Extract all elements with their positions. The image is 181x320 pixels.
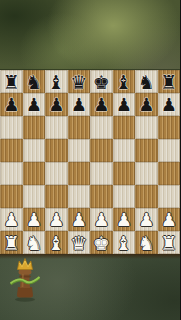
square-g8[interactable]: ♞ xyxy=(135,70,158,93)
white-pawn: ♟ xyxy=(23,208,46,231)
square-h2[interactable]: ♟ xyxy=(158,208,181,231)
square-e8[interactable]: ♚ xyxy=(90,70,113,93)
square-e2[interactable]: ♟ xyxy=(90,208,113,231)
square-f2[interactable]: ♟ xyxy=(113,208,136,231)
black-bishop: ♝ xyxy=(113,70,136,93)
square-g5[interactable] xyxy=(135,139,158,162)
square-c2[interactable]: ♟ xyxy=(45,208,68,231)
piece-shadow xyxy=(15,297,35,301)
square-e5[interactable] xyxy=(90,139,113,162)
white-rook: ♜ xyxy=(158,231,181,254)
white-knight: ♞ xyxy=(135,231,158,254)
square-b5[interactable] xyxy=(23,139,46,162)
square-c4[interactable] xyxy=(45,162,68,185)
square-g4[interactable] xyxy=(135,162,158,185)
square-a1[interactable]: ♜ xyxy=(0,231,23,254)
black-knight: ♞ xyxy=(135,70,158,93)
black-pawn: ♟ xyxy=(45,93,68,116)
square-e1[interactable]: ♚ xyxy=(90,231,113,254)
black-pawn: ♟ xyxy=(0,93,23,116)
white-pawn: ♟ xyxy=(45,208,68,231)
square-f4[interactable] xyxy=(113,162,136,185)
square-a7[interactable]: ♟ xyxy=(0,93,23,116)
square-d6[interactable] xyxy=(68,116,91,139)
chess-board: ♜♞♝♛♚♝♞♜♟♟♟♟♟♟♟♟♟♟♟♟♟♟♟♟♜♞♝♛♚♝♞♜ xyxy=(0,70,180,254)
square-d7[interactable]: ♟ xyxy=(68,93,91,116)
square-b2[interactable]: ♟ xyxy=(23,208,46,231)
black-pawn: ♟ xyxy=(158,93,181,116)
white-bishop: ♝ xyxy=(113,231,136,254)
square-b7[interactable]: ♟ xyxy=(23,93,46,116)
square-a8[interactable]: ♜ xyxy=(0,70,23,93)
white-queen: ♛ xyxy=(68,231,91,254)
square-b8[interactable]: ♞ xyxy=(23,70,46,93)
square-h1[interactable]: ♜ xyxy=(158,231,181,254)
square-a6[interactable] xyxy=(0,116,23,139)
square-g2[interactable]: ♟ xyxy=(135,208,158,231)
square-c8[interactable]: ♝ xyxy=(45,70,68,93)
square-b4[interactable] xyxy=(23,162,46,185)
crown-icon xyxy=(18,259,33,270)
square-e4[interactable] xyxy=(90,162,113,185)
square-h4[interactable] xyxy=(158,162,181,185)
white-pawn: ♟ xyxy=(113,208,136,231)
square-d2[interactable]: ♟ xyxy=(68,208,91,231)
white-rook: ♜ xyxy=(0,231,23,254)
square-h7[interactable]: ♟ xyxy=(158,93,181,116)
black-king: ♚ xyxy=(90,70,113,93)
white-king: ♚ xyxy=(90,231,113,254)
square-c7[interactable]: ♟ xyxy=(45,93,68,116)
square-g3[interactable] xyxy=(135,185,158,208)
chess-app-screen: ♜♞♝♛♚♝♞♜♟♟♟♟♟♟♟♟♟♟♟♟♟♟♟♟♜♞♝♛♚♝♞♜ xyxy=(0,0,180,320)
white-bishop: ♝ xyxy=(45,231,68,254)
white-pawn: ♟ xyxy=(135,208,158,231)
square-f7[interactable]: ♟ xyxy=(113,93,136,116)
square-d1[interactable]: ♛ xyxy=(68,231,91,254)
black-pawn: ♟ xyxy=(113,93,136,116)
square-c1[interactable]: ♝ xyxy=(45,231,68,254)
square-b1[interactable]: ♞ xyxy=(23,231,46,254)
white-pawn: ♟ xyxy=(90,208,113,231)
square-f8[interactable]: ♝ xyxy=(113,70,136,93)
square-d3[interactable] xyxy=(68,185,91,208)
square-c6[interactable] xyxy=(45,116,68,139)
square-g1[interactable]: ♞ xyxy=(135,231,158,254)
square-f6[interactable] xyxy=(113,116,136,139)
square-h5[interactable] xyxy=(158,139,181,162)
white-pawn: ♟ xyxy=(0,208,23,231)
square-b6[interactable] xyxy=(23,116,46,139)
white-pawn: ♟ xyxy=(158,208,181,231)
black-bishop: ♝ xyxy=(45,70,68,93)
square-d4[interactable] xyxy=(68,162,91,185)
white-knight: ♞ xyxy=(23,231,46,254)
square-e3[interactable] xyxy=(90,185,113,208)
square-a3[interactable] xyxy=(0,185,23,208)
square-d8[interactable]: ♛ xyxy=(68,70,91,93)
square-h3[interactable] xyxy=(158,185,181,208)
square-e6[interactable] xyxy=(90,116,113,139)
square-e7[interactable]: ♟ xyxy=(90,93,113,116)
black-pawn: ♟ xyxy=(135,93,158,116)
black-pawn: ♟ xyxy=(90,93,113,116)
square-a4[interactable] xyxy=(0,162,23,185)
square-a2[interactable]: ♟ xyxy=(0,208,23,231)
square-c3[interactable] xyxy=(45,185,68,208)
crowned-piece-decoration xyxy=(10,257,40,303)
white-pawn: ♟ xyxy=(68,208,91,231)
black-knight: ♞ xyxy=(23,70,46,93)
black-queen: ♛ xyxy=(68,70,91,93)
square-b3[interactable] xyxy=(23,185,46,208)
square-g6[interactable] xyxy=(135,116,158,139)
black-pawn: ♟ xyxy=(23,93,46,116)
square-h6[interactable] xyxy=(158,116,181,139)
square-h8[interactable]: ♜ xyxy=(158,70,181,93)
square-f3[interactable] xyxy=(113,185,136,208)
square-f5[interactable] xyxy=(113,139,136,162)
square-d5[interactable] xyxy=(68,139,91,162)
black-rook: ♜ xyxy=(0,70,23,93)
black-pawn: ♟ xyxy=(68,93,91,116)
square-a5[interactable] xyxy=(0,139,23,162)
square-f1[interactable]: ♝ xyxy=(113,231,136,254)
black-rook: ♜ xyxy=(158,70,181,93)
square-c5[interactable] xyxy=(45,139,68,162)
square-g7[interactable]: ♟ xyxy=(135,93,158,116)
